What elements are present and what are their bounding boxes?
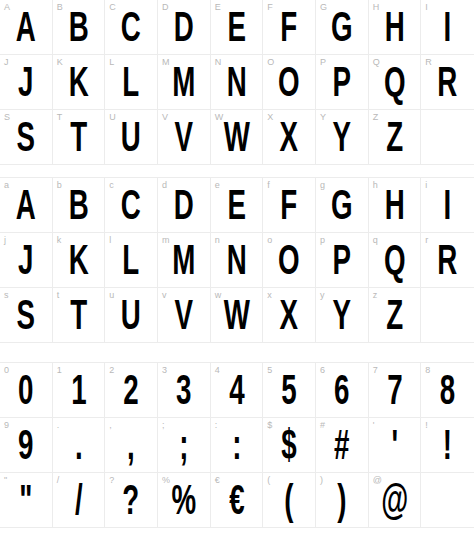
glyph: V <box>167 288 201 342</box>
glyph-cell: 11 <box>53 363 106 418</box>
glyph-cell: sS <box>0 288 53 343</box>
glyph: T <box>61 288 95 342</box>
glyph: L <box>114 55 148 109</box>
glyph-cell: "" <box>0 473 53 528</box>
glyph: . <box>61 418 95 472</box>
glyph: M <box>167 55 201 109</box>
glyph-cell: AA <box>0 0 53 55</box>
glyph-cell: !! <box>421 418 474 473</box>
glyph-cell: vV <box>158 288 211 343</box>
glyph-cell: 44 <box>211 363 264 418</box>
glyph: ! <box>430 418 465 472</box>
glyph-cell: CC <box>105 0 158 55</box>
glyph-cell: iI <box>421 178 474 233</box>
glyph: Z <box>377 110 411 164</box>
glyph: ? <box>114 473 148 527</box>
glyph: S <box>9 288 43 342</box>
glyph: 2 <box>114 363 148 417</box>
cell-character-label: : <box>215 420 218 430</box>
glyph: V <box>167 110 201 164</box>
glyph-cell: 00 <box>0 363 53 418</box>
glyph-cell: :: <box>211 418 264 473</box>
glyph: H <box>377 0 411 54</box>
glyph: B <box>61 178 95 232</box>
glyph-cell: jJ <box>0 233 53 288</box>
glyph-cell: fF <box>263 178 316 233</box>
glyph-cell: GG <box>316 0 369 55</box>
glyph: Q <box>377 233 411 287</box>
glyph: 6 <box>325 363 359 417</box>
cell-character-label: ( <box>267 475 270 485</box>
glyph-cell: dD <box>158 178 211 233</box>
glyph-cell-empty <box>421 473 474 528</box>
glyph: 8 <box>430 363 465 417</box>
glyph: J <box>9 55 43 109</box>
cell-character-label: r <box>425 235 428 245</box>
glyph-cell: )) <box>316 473 369 528</box>
glyph: ' <box>377 418 411 472</box>
glyph: R <box>430 55 465 109</box>
glyph-cell: // <box>53 473 106 528</box>
cell-character-label: l <box>109 235 111 245</box>
glyph: H <box>377 178 411 232</box>
glyph-cell: OO <box>263 55 316 110</box>
glyph-cell: ZZ <box>369 110 422 165</box>
glyph: N <box>219 233 253 287</box>
glyph: O <box>272 233 306 287</box>
glyph-cell: II <box>421 0 474 55</box>
glyph: D <box>167 178 201 232</box>
glyph: % <box>167 473 201 527</box>
glyph: T <box>61 110 95 164</box>
glyph: F <box>272 178 306 232</box>
glyph-cell: @@ <box>369 473 422 528</box>
glyph: X <box>272 110 306 164</box>
glyph-cell: zZ <box>369 288 422 343</box>
glyph-cell: PP <box>316 55 369 110</box>
glyph-cell: bB <box>53 178 106 233</box>
cell-character-label: ; <box>162 420 165 430</box>
glyph: 5 <box>272 363 306 417</box>
glyph: K <box>61 233 95 287</box>
glyph-cell: yY <box>316 288 369 343</box>
glyph: E <box>219 0 253 54</box>
glyph-cell: ;; <box>158 418 211 473</box>
glyph-cell: 55 <box>263 363 316 418</box>
glyph-cell: LL <box>105 55 158 110</box>
glyph-cell: gG <box>316 178 369 233</box>
glyph: € <box>219 473 253 527</box>
glyph: A <box>9 0 43 54</box>
glyph: ( <box>272 473 306 527</box>
glyph: G <box>325 0 359 54</box>
glyph: D <box>167 0 201 54</box>
glyph: J <box>9 233 43 287</box>
cell-character-label: i <box>425 180 427 190</box>
glyph-cell: MM <box>158 55 211 110</box>
glyph: U <box>114 110 148 164</box>
cell-character-label: I <box>425 2 428 12</box>
glyph: Q <box>377 55 411 109</box>
glyph-cell: oO <box>263 233 316 288</box>
glyph-cell: 88 <box>421 363 474 418</box>
glyph: , <box>114 418 148 472</box>
glyph: 4 <box>219 363 253 417</box>
glyph: 9 <box>9 418 43 472</box>
glyph: I <box>430 178 465 232</box>
cell-character-label: , <box>109 420 112 430</box>
glyph-cell: 99 <box>0 418 53 473</box>
cell-character-label: . <box>57 420 60 430</box>
glyph-cell: TT <box>53 110 106 165</box>
glyph-cell: QQ <box>369 55 422 110</box>
glyph-cell: %% <box>158 473 211 528</box>
glyph: R <box>430 233 465 287</box>
glyph-cell: pP <box>316 233 369 288</box>
cell-character-label: / <box>57 475 60 485</box>
glyph-cell: 66 <box>316 363 369 418</box>
cell-character-label: j <box>4 235 6 245</box>
glyph-cell: xX <box>263 288 316 343</box>
glyph-cell: VV <box>158 110 211 165</box>
glyph: I <box>430 0 465 54</box>
glyph-cell: 77 <box>369 363 422 418</box>
glyph-cell: JJ <box>0 55 53 110</box>
glyph-cell: KK <box>53 55 106 110</box>
cell-character-label: k <box>57 235 62 245</box>
glyph: U <box>114 288 148 342</box>
glyph: Y <box>325 288 359 342</box>
cell-character-label: ) <box>320 475 323 485</box>
glyph-cell: tT <box>53 288 106 343</box>
glyph-cell-empty <box>421 288 474 343</box>
glyph-block-numbers-punctuation: 00112233445566778899..,,;;::$$##''!!""//… <box>0 362 474 528</box>
cell-character-label: ' <box>373 420 375 430</box>
glyph-cell: uU <box>105 288 158 343</box>
cell-character-label: t <box>57 290 60 300</box>
glyph: ) <box>325 473 359 527</box>
glyph: 1 <box>61 363 95 417</box>
glyph-cell: NN <box>211 55 264 110</box>
glyph-cell: 33 <box>158 363 211 418</box>
cell-character-label: f <box>267 180 270 190</box>
glyph-cell: '' <box>369 418 422 473</box>
glyph: @ <box>377 473 411 527</box>
glyph-cell: mM <box>158 233 211 288</box>
glyph-cell: BB <box>53 0 106 55</box>
cell-character-label: z <box>373 290 378 300</box>
glyph-cell: (( <box>263 473 316 528</box>
glyph: F <box>272 0 306 54</box>
glyph: ; <box>167 418 201 472</box>
glyph-cell: wW <box>211 288 264 343</box>
glyph: $ <box>272 418 306 472</box>
glyph: N <box>219 55 253 109</box>
glyph <box>430 110 465 164</box>
glyph <box>430 288 465 342</box>
glyph: Z <box>377 288 411 342</box>
glyph: O <box>272 55 306 109</box>
glyph: 7 <box>377 363 411 417</box>
glyph: A <box>9 178 43 232</box>
glyph: / <box>61 473 95 527</box>
glyph-block-uppercase: AABBCCDDEEFFGGHHIIJJKKLLMMNNOOPPQQRRSSTT… <box>0 0 474 165</box>
glyph: L <box>114 233 148 287</box>
glyph: E <box>219 178 253 232</box>
glyph: P <box>325 233 359 287</box>
glyph <box>430 473 465 527</box>
glyph-cell: qQ <box>369 233 422 288</box>
glyph-cell: DD <box>158 0 211 55</box>
glyph-cell: .. <box>53 418 106 473</box>
glyph: S <box>9 110 43 164</box>
glyph: C <box>114 0 148 54</box>
glyph-cell: $$ <box>263 418 316 473</box>
glyph-cell: ## <box>316 418 369 473</box>
glyph: X <box>272 288 306 342</box>
glyph: " <box>9 473 43 527</box>
glyph-cell: cC <box>105 178 158 233</box>
glyph-cell: SS <box>0 110 53 165</box>
glyph-cell-empty <box>421 110 474 165</box>
glyph-cell: RR <box>421 55 474 110</box>
glyph-cell: lL <box>105 233 158 288</box>
glyph-cell: HH <box>369 0 422 55</box>
glyph: K <box>61 55 95 109</box>
glyph-cell: ,, <box>105 418 158 473</box>
glyph-cell: nN <box>211 233 264 288</box>
glyph-cell: rR <box>421 233 474 288</box>
glyph: # <box>325 418 359 472</box>
glyph: C <box>114 178 148 232</box>
glyph-cell: EE <box>211 0 264 55</box>
glyph-cell: €€ <box>211 473 264 528</box>
glyph-cell: kK <box>53 233 106 288</box>
glyph-block-lowercase: aAbBcCdDeEfFgGhHiIjJkKlLmMnNoOpPqQrRsStT… <box>0 177 474 343</box>
cell-character-label: ! <box>425 420 428 430</box>
glyph: 3 <box>167 363 201 417</box>
glyph-cell: 22 <box>105 363 158 418</box>
glyph: : <box>219 418 253 472</box>
glyph-cell: hH <box>369 178 422 233</box>
glyph: 0 <box>9 363 43 417</box>
glyph-cell: YY <box>316 110 369 165</box>
glyph-cell: eE <box>211 178 264 233</box>
glyph: G <box>325 178 359 232</box>
character-map: AABBCCDDEEFFGGHHIIJJKKLLMMNNOOPPQQRRSSTT… <box>0 0 474 528</box>
glyph: W <box>219 288 253 342</box>
glyph-cell: UU <box>105 110 158 165</box>
glyph-cell: FF <box>263 0 316 55</box>
glyph: M <box>167 233 201 287</box>
glyph: P <box>325 55 359 109</box>
glyph: W <box>219 110 253 164</box>
cell-character-label: " <box>4 475 7 485</box>
glyph: Y <box>325 110 359 164</box>
glyph-cell: WW <box>211 110 264 165</box>
glyph-cell: aA <box>0 178 53 233</box>
glyph-cell: ?? <box>105 473 158 528</box>
glyph: B <box>61 0 95 54</box>
glyph-cell: XX <box>263 110 316 165</box>
